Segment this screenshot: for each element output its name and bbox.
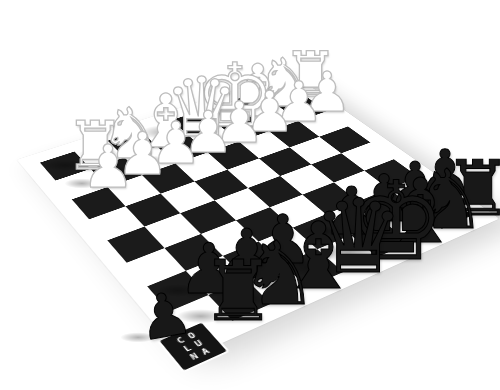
- board-grid: [40, 83, 472, 339]
- piece-shadow: [121, 332, 156, 342]
- product-photo-stage: CO LU NA ♜♞♝♛♚♝♞♜♟♟♟♟♟♟♟♟♟♟♟♟♟♟♟♜♞♝♛♚♝♞♜…: [0, 0, 500, 390]
- chess-mat-board: CO LU NA: [17, 73, 499, 360]
- coluna-logo: CO LU NA: [160, 323, 227, 371]
